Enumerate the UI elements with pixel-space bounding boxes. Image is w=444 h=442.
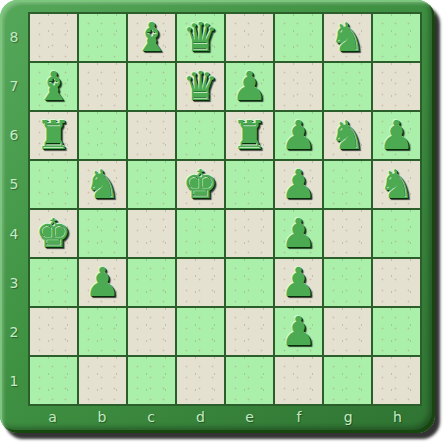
file-label-f: f xyxy=(274,404,323,430)
piece-king[interactable]: ♚ xyxy=(36,213,72,253)
piece-king[interactable]: ♚ xyxy=(183,164,219,204)
rank-labels: 87654321 xyxy=(0,12,28,406)
piece-knight[interactable]: ♞ xyxy=(330,17,366,57)
piece-knight[interactable]: ♞ xyxy=(379,164,415,204)
piece-pawn[interactable]: ♟ xyxy=(379,115,415,155)
page-background: 87654321 ♝♛♞♝♛♟♜♜♟♞♟♞♚♟♞♚♟♟♟♟ abcdefgh xyxy=(0,0,444,442)
square-g4[interactable] xyxy=(324,210,371,257)
square-g8[interactable]: ♞ xyxy=(324,14,371,61)
square-c4[interactable] xyxy=(128,210,175,257)
square-f3[interactable]: ♟ xyxy=(275,259,322,306)
rank-label-3: 3 xyxy=(0,258,28,307)
square-d8[interactable]: ♛ xyxy=(177,14,224,61)
square-b6[interactable] xyxy=(79,112,126,159)
piece-bishop[interactable]: ♝ xyxy=(134,17,170,57)
square-g7[interactable] xyxy=(324,63,371,110)
file-label-e: e xyxy=(225,404,274,430)
rank-label-1: 1 xyxy=(0,357,28,406)
square-e4[interactable] xyxy=(226,210,273,257)
square-a5[interactable] xyxy=(30,161,77,208)
square-h3[interactable] xyxy=(373,259,420,306)
square-h4[interactable] xyxy=(373,210,420,257)
square-h8[interactable] xyxy=(373,14,420,61)
square-a6[interactable]: ♜ xyxy=(30,112,77,159)
piece-knight[interactable]: ♞ xyxy=(330,115,366,155)
square-c8[interactable]: ♝ xyxy=(128,14,175,61)
square-b8[interactable] xyxy=(79,14,126,61)
square-a1[interactable] xyxy=(30,357,77,404)
square-a2[interactable] xyxy=(30,308,77,355)
piece-pawn[interactable]: ♟ xyxy=(281,164,317,204)
square-e8[interactable] xyxy=(226,14,273,61)
file-label-b: b xyxy=(77,404,126,430)
square-d1[interactable] xyxy=(177,357,224,404)
square-e3[interactable] xyxy=(226,259,273,306)
piece-pawn[interactable]: ♟ xyxy=(281,213,317,253)
file-label-g: g xyxy=(324,404,373,430)
square-a7[interactable]: ♝ xyxy=(30,63,77,110)
file-labels: abcdefgh xyxy=(28,404,422,430)
square-e7[interactable]: ♟ xyxy=(226,63,273,110)
square-f6[interactable]: ♟ xyxy=(275,112,322,159)
square-e6[interactable]: ♜ xyxy=(226,112,273,159)
piece-rook[interactable]: ♜ xyxy=(232,115,268,155)
rank-label-5: 5 xyxy=(0,160,28,209)
square-g6[interactable]: ♞ xyxy=(324,112,371,159)
square-d7[interactable]: ♛ xyxy=(177,63,224,110)
square-c2[interactable] xyxy=(128,308,175,355)
square-d2[interactable] xyxy=(177,308,224,355)
piece-pawn[interactable]: ♟ xyxy=(281,115,317,155)
rank-label-6: 6 xyxy=(0,111,28,160)
rank-label-7: 7 xyxy=(0,61,28,110)
square-c5[interactable] xyxy=(128,161,175,208)
square-e2[interactable] xyxy=(226,308,273,355)
square-d6[interactable] xyxy=(177,112,224,159)
piece-pawn[interactable]: ♟ xyxy=(281,311,317,351)
square-a8[interactable] xyxy=(30,14,77,61)
square-f4[interactable]: ♟ xyxy=(275,210,322,257)
square-b3[interactable]: ♟ xyxy=(79,259,126,306)
file-label-a: a xyxy=(28,404,77,430)
square-b7[interactable] xyxy=(79,63,126,110)
file-label-h: h xyxy=(373,404,422,430)
piece-pawn[interactable]: ♟ xyxy=(281,262,317,302)
square-c6[interactable] xyxy=(128,112,175,159)
square-c1[interactable] xyxy=(128,357,175,404)
rank-label-8: 8 xyxy=(0,12,28,61)
square-d4[interactable] xyxy=(177,210,224,257)
square-h5[interactable]: ♞ xyxy=(373,161,420,208)
square-g2[interactable] xyxy=(324,308,371,355)
board-frame: 87654321 ♝♛♞♝♛♟♜♜♟♞♟♞♚♟♞♚♟♟♟♟ abcdefgh xyxy=(0,0,435,433)
square-f2[interactable]: ♟ xyxy=(275,308,322,355)
square-g5[interactable] xyxy=(324,161,371,208)
square-b5[interactable]: ♞ xyxy=(79,161,126,208)
piece-pawn[interactable]: ♟ xyxy=(232,66,268,106)
square-h2[interactable] xyxy=(373,308,420,355)
square-f7[interactable] xyxy=(275,63,322,110)
piece-rook[interactable]: ♜ xyxy=(36,115,72,155)
square-f8[interactable] xyxy=(275,14,322,61)
square-e1[interactable] xyxy=(226,357,273,404)
square-c3[interactable] xyxy=(128,259,175,306)
piece-queen[interactable]: ♛ xyxy=(183,66,219,106)
square-g1[interactable] xyxy=(324,357,371,404)
rank-label-2: 2 xyxy=(0,308,28,357)
square-f1[interactable] xyxy=(275,357,322,404)
square-f5[interactable]: ♟ xyxy=(275,161,322,208)
square-b4[interactable] xyxy=(79,210,126,257)
square-b2[interactable] xyxy=(79,308,126,355)
piece-knight[interactable]: ♞ xyxy=(85,164,121,204)
square-h6[interactable]: ♟ xyxy=(373,112,420,159)
file-label-c: c xyxy=(127,404,176,430)
square-e5[interactable] xyxy=(226,161,273,208)
piece-pawn[interactable]: ♟ xyxy=(85,262,121,302)
piece-queen[interactable]: ♛ xyxy=(183,17,219,57)
square-d3[interactable] xyxy=(177,259,224,306)
square-a4[interactable]: ♚ xyxy=(30,210,77,257)
piece-bishop[interactable]: ♝ xyxy=(36,66,72,106)
square-g3[interactable] xyxy=(324,259,371,306)
square-a3[interactable] xyxy=(30,259,77,306)
file-label-d: d xyxy=(176,404,225,430)
square-h7[interactable] xyxy=(373,63,420,110)
square-c7[interactable] xyxy=(128,63,175,110)
rank-label-4: 4 xyxy=(0,209,28,258)
chess-board: ♝♛♞♝♛♟♜♜♟♞♟♞♚♟♞♚♟♟♟♟ xyxy=(28,12,422,406)
square-d5[interactable]: ♚ xyxy=(177,161,224,208)
square-b1[interactable] xyxy=(79,357,126,404)
square-h1[interactable] xyxy=(373,357,420,404)
